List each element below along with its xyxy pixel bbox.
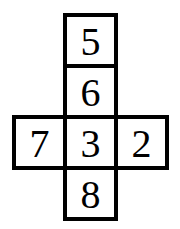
puzzle-diagram: 5 6 7 3 2 8 [0, 0, 180, 229]
cell-upper-middle: 6 [63, 64, 118, 119]
cell-top: 5 [63, 13, 118, 68]
cell-center: 3 [63, 115, 118, 170]
cell-right: 2 [114, 115, 169, 170]
puzzle-board: 5 6 7 3 2 8 [0, 0, 180, 229]
cell-bottom: 8 [63, 166, 118, 221]
cell-left: 7 [12, 115, 67, 170]
